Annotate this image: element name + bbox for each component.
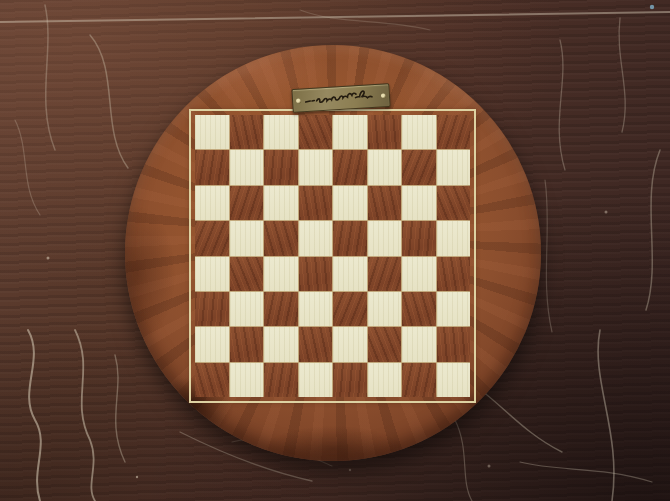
square-c1[interactable] [264, 363, 298, 397]
square-d3[interactable] [299, 292, 333, 326]
square-f2[interactable] [368, 327, 402, 361]
signature-icon [301, 88, 382, 108]
square-h6[interactable] [437, 186, 471, 220]
square-a1[interactable] [195, 363, 229, 397]
square-e4[interactable] [333, 257, 367, 291]
square-c8[interactable] [264, 115, 298, 149]
square-d6[interactable] [299, 186, 333, 220]
square-d2[interactable] [299, 327, 333, 361]
square-h2[interactable] [437, 327, 471, 361]
square-f1[interactable] [368, 363, 402, 397]
square-h8[interactable] [437, 115, 471, 149]
square-g5[interactable] [402, 221, 436, 255]
square-b5[interactable] [230, 221, 264, 255]
square-a2[interactable] [195, 327, 229, 361]
square-b1[interactable] [230, 363, 264, 397]
square-b6[interactable] [230, 186, 264, 220]
square-c4[interactable] [264, 257, 298, 291]
square-g4[interactable] [402, 257, 436, 291]
square-c6[interactable] [264, 186, 298, 220]
square-h4[interactable] [437, 257, 471, 291]
square-c5[interactable] [264, 221, 298, 255]
square-a5[interactable] [195, 221, 229, 255]
square-c7[interactable] [264, 150, 298, 184]
square-b8[interactable] [230, 115, 264, 149]
square-g6[interactable] [402, 186, 436, 220]
square-b7[interactable] [230, 150, 264, 184]
square-d4[interactable] [299, 257, 333, 291]
square-h1[interactable] [437, 363, 471, 397]
square-g1[interactable] [402, 363, 436, 397]
square-f8[interactable] [368, 115, 402, 149]
square-e5[interactable] [333, 221, 367, 255]
square-b3[interactable] [230, 292, 264, 326]
square-f5[interactable] [368, 221, 402, 255]
square-b2[interactable] [230, 327, 264, 361]
square-g3[interactable] [402, 292, 436, 326]
table-surface [0, 0, 670, 501]
square-e2[interactable] [333, 327, 367, 361]
square-g2[interactable] [402, 327, 436, 361]
square-e3[interactable] [333, 292, 367, 326]
square-a7[interactable] [195, 150, 229, 184]
square-d7[interactable] [299, 150, 333, 184]
square-f7[interactable] [368, 150, 402, 184]
square-e8[interactable] [333, 115, 367, 149]
blue-glint-speck [650, 5, 654, 9]
square-c2[interactable] [264, 327, 298, 361]
square-g8[interactable] [402, 115, 436, 149]
square-g7[interactable] [402, 150, 436, 184]
square-f3[interactable] [368, 292, 402, 326]
square-h3[interactable] [437, 292, 471, 326]
square-e7[interactable] [333, 150, 367, 184]
square-e6[interactable] [333, 186, 367, 220]
square-c3[interactable] [264, 292, 298, 326]
square-d1[interactable] [299, 363, 333, 397]
board-frame [189, 109, 476, 403]
square-d8[interactable] [299, 115, 333, 149]
square-a8[interactable] [195, 115, 229, 149]
square-h5[interactable] [437, 221, 471, 255]
square-a4[interactable] [195, 257, 229, 291]
square-h7[interactable] [437, 150, 471, 184]
screw-right-icon [381, 93, 386, 98]
square-f4[interactable] [368, 257, 402, 291]
square-a3[interactable] [195, 292, 229, 326]
board-grid [195, 115, 470, 397]
square-a6[interactable] [195, 186, 229, 220]
square-e1[interactable] [333, 363, 367, 397]
square-b4[interactable] [230, 257, 264, 291]
square-d5[interactable] [299, 221, 333, 255]
screw-left-icon [296, 98, 301, 103]
square-f6[interactable] [368, 186, 402, 220]
